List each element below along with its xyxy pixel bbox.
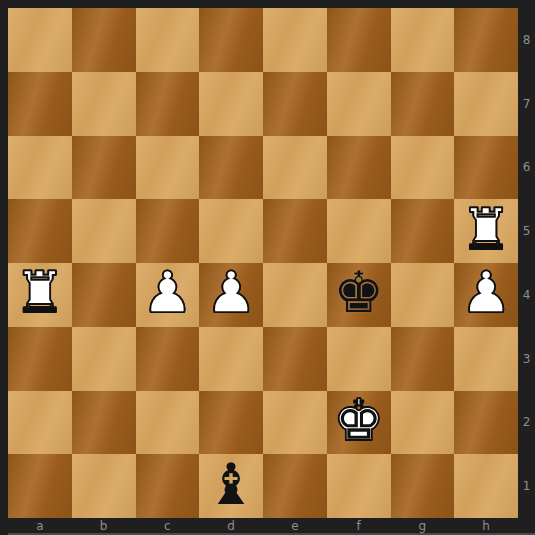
square-f3[interactable] [327, 327, 391, 391]
square-f5[interactable] [327, 199, 391, 263]
square-d8[interactable] [199, 8, 263, 72]
square-e3[interactable] [263, 327, 327, 391]
square-f4[interactable]: ♚ [327, 263, 391, 327]
square-a3[interactable] [8, 327, 72, 391]
square-g1[interactable] [391, 454, 455, 518]
rank-label-4: 4 [518, 263, 535, 327]
square-c3[interactable] [136, 327, 200, 391]
square-e6[interactable] [263, 136, 327, 200]
square-a2[interactable] [8, 391, 72, 455]
black-king-f4[interactable]: ♚ [333, 264, 384, 321]
square-f1[interactable] [327, 454, 391, 518]
square-g8[interactable] [391, 8, 455, 72]
square-g3[interactable] [391, 327, 455, 391]
square-g5[interactable] [391, 199, 455, 263]
square-b7[interactable] [72, 72, 136, 136]
square-g4[interactable] [391, 263, 455, 327]
square-f7[interactable] [327, 72, 391, 136]
square-b6[interactable] [72, 136, 136, 200]
white-king-f2[interactable]: ♚ [333, 392, 384, 449]
square-f6[interactable] [327, 136, 391, 200]
square-d6[interactable] [199, 136, 263, 200]
square-b4[interactable] [72, 263, 136, 327]
white-rook-a4[interactable]: ♜ [14, 264, 65, 321]
square-c5[interactable] [136, 199, 200, 263]
rank-label-5: 5 [518, 199, 535, 263]
chess-board: ♜♜♟♟♚♟♚♝ [8, 8, 518, 518]
square-b8[interactable] [72, 8, 136, 72]
rank-labels: 87654321 [518, 8, 535, 518]
square-c1[interactable] [136, 454, 200, 518]
square-a1[interactable] [8, 454, 72, 518]
black-bishop-d1[interactable]: ♝ [206, 456, 257, 513]
square-e8[interactable] [263, 8, 327, 72]
file-label-a: a [8, 518, 72, 533]
file-label-d: d [199, 518, 263, 533]
chessboard-app: ♜♜♟♟♚♟♚♝ 87654321 abcdefgh [0, 0, 535, 535]
square-d4[interactable]: ♟ [199, 263, 263, 327]
square-e4[interactable] [263, 263, 327, 327]
file-label-g: g [391, 518, 455, 533]
square-c8[interactable] [136, 8, 200, 72]
square-c4[interactable]: ♟ [136, 263, 200, 327]
rank-label-2: 2 [518, 391, 535, 455]
square-a7[interactable] [8, 72, 72, 136]
square-b5[interactable] [72, 199, 136, 263]
rank-label-3: 3 [518, 327, 535, 391]
square-d7[interactable] [199, 72, 263, 136]
square-h4[interactable]: ♟ [454, 263, 518, 327]
square-e5[interactable] [263, 199, 327, 263]
square-f8[interactable] [327, 8, 391, 72]
rank-label-1: 1 [518, 454, 535, 518]
file-label-h: h [454, 518, 518, 533]
square-h6[interactable] [454, 136, 518, 200]
white-pawn-h4[interactable]: ♟ [461, 264, 512, 321]
file-label-f: f [327, 518, 391, 533]
square-a4[interactable]: ♜ [8, 263, 72, 327]
square-h5[interactable]: ♜ [454, 199, 518, 263]
square-d5[interactable] [199, 199, 263, 263]
rank-label-7: 7 [518, 72, 535, 136]
rank-label-8: 8 [518, 8, 535, 72]
square-h1[interactable] [454, 454, 518, 518]
square-e7[interactable] [263, 72, 327, 136]
square-a5[interactable] [8, 199, 72, 263]
file-label-c: c [136, 518, 200, 533]
square-b2[interactable] [72, 391, 136, 455]
square-h7[interactable] [454, 72, 518, 136]
square-f2[interactable]: ♚ [327, 391, 391, 455]
square-d3[interactable] [199, 327, 263, 391]
square-a6[interactable] [8, 136, 72, 200]
rank-label-6: 6 [518, 136, 535, 200]
square-g6[interactable] [391, 136, 455, 200]
file-label-e: e [263, 518, 327, 533]
file-labels: abcdefgh [8, 518, 518, 533]
square-a8[interactable] [8, 8, 72, 72]
square-b1[interactable] [72, 454, 136, 518]
square-g2[interactable] [391, 391, 455, 455]
square-d2[interactable] [199, 391, 263, 455]
square-e2[interactable] [263, 391, 327, 455]
white-pawn-d4[interactable]: ♟ [206, 264, 257, 321]
square-c7[interactable] [136, 72, 200, 136]
file-label-b: b [72, 518, 136, 533]
white-rook-h5[interactable]: ♜ [461, 201, 512, 258]
white-pawn-c4[interactable]: ♟ [142, 264, 193, 321]
square-h3[interactable] [454, 327, 518, 391]
square-b3[interactable] [72, 327, 136, 391]
square-e1[interactable] [263, 454, 327, 518]
square-c2[interactable] [136, 391, 200, 455]
square-h2[interactable] [454, 391, 518, 455]
square-d1[interactable]: ♝ [199, 454, 263, 518]
square-c6[interactable] [136, 136, 200, 200]
square-h8[interactable] [454, 8, 518, 72]
square-g7[interactable] [391, 72, 455, 136]
